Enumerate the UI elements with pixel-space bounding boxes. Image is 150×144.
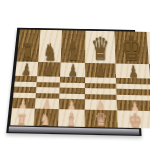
square-e8[interactable]: ♚ xyxy=(115,31,150,64)
square-e7[interactable]: ♟ xyxy=(116,64,150,79)
square-c2[interactable]: ♟ xyxy=(59,99,85,110)
square-b8[interactable]: ♞ xyxy=(38,30,62,63)
square-c8[interactable]: ♝ xyxy=(60,30,85,63)
board-grid: ♜♞♝♛♚♝♞♜♟♟♟♟♟♟♟♟♟♟♟♟♟♟♟♟♜♞♝♛♚♝♞♜ xyxy=(10,29,138,128)
square-d8[interactable]: ♛ xyxy=(85,31,116,64)
square-a7[interactable]: ♟ xyxy=(15,62,37,77)
piece-white-queen-d1[interactable]: ♛ xyxy=(95,111,108,130)
square-a8[interactable]: ♜ xyxy=(17,29,40,62)
square-a1[interactable]: ♜ xyxy=(10,108,34,126)
piece-white-rook-a1[interactable]: ♜ xyxy=(16,112,28,127)
piece-white-king-e1[interactable]: ♚ xyxy=(128,111,143,131)
square-b7[interactable]: ♟ xyxy=(37,62,61,77)
square-c1[interactable]: ♝ xyxy=(58,109,85,127)
square-d7[interactable]: ♟ xyxy=(85,63,116,78)
square-e1[interactable]: ♚ xyxy=(117,110,150,128)
square-a2[interactable]: ♟ xyxy=(12,98,35,109)
square-d1[interactable]: ♛ xyxy=(85,110,118,128)
photo-background: ♜♞♝♛♚♝♞♜♟♟♟♟♟♟♟♟♟♟♟♟♟♟♟♟♜♞♝♛♚♝♞♜ xyxy=(0,0,150,144)
square-c7[interactable]: ♟ xyxy=(60,62,85,77)
square-b2[interactable]: ♟ xyxy=(34,98,59,109)
square-f7[interactable]: ♟ xyxy=(149,64,150,79)
piece-white-bishop-c1[interactable]: ♝ xyxy=(65,111,78,129)
piece-black-king-e8[interactable]: ♚ xyxy=(121,31,143,66)
square-b1[interactable]: ♞ xyxy=(33,109,58,127)
piece-white-knight-b1[interactable]: ♞ xyxy=(40,112,52,129)
chess-board: ♜♞♝♛♚♝♞♜♟♟♟♟♟♟♟♟♟♟♟♟♟♟♟♟♜♞♝♛♚♝♞♜ xyxy=(6,28,141,136)
